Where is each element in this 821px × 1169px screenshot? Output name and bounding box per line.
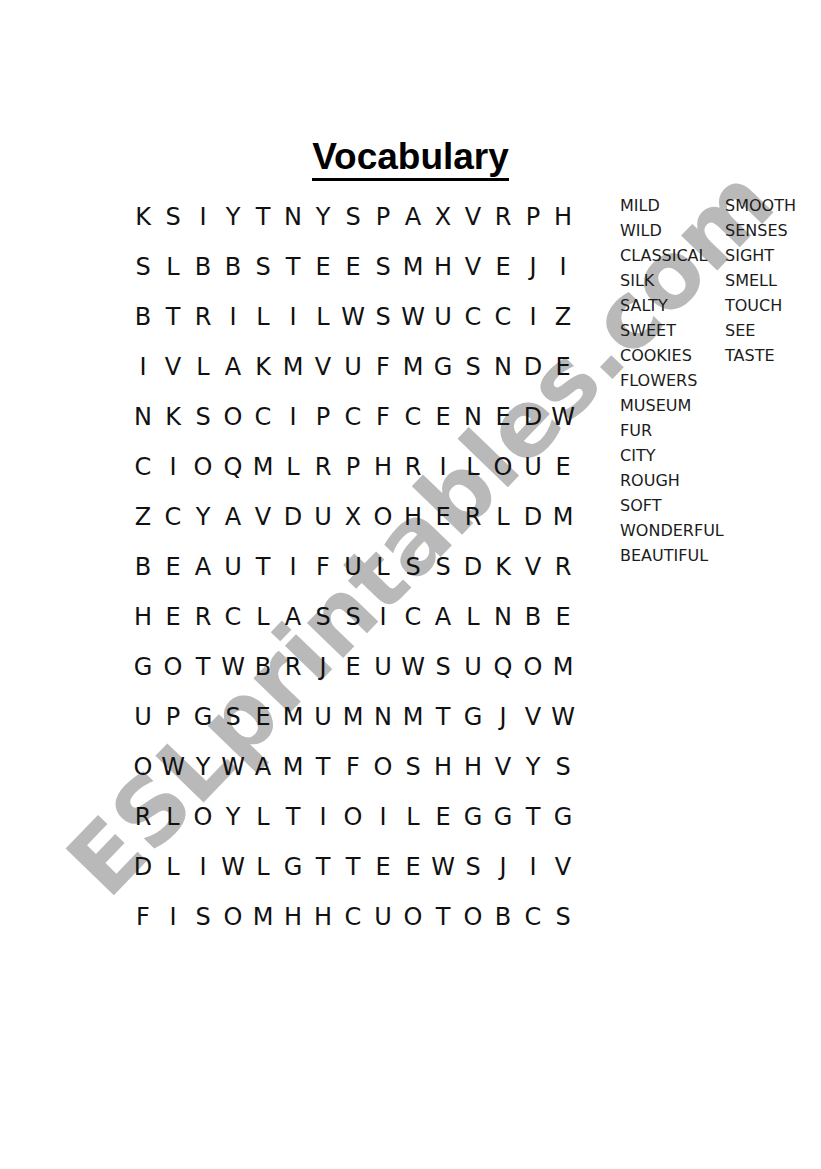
grid-cell-r11c7[interactable]: U: [308, 692, 338, 742]
grid-cell-r2c8[interactable]: E: [338, 242, 368, 292]
grid-cell-r12c10[interactable]: S: [398, 742, 428, 792]
word-list-item-sweet: SWEET: [620, 318, 724, 343]
grid-cell-r6c6[interactable]: L: [278, 442, 308, 492]
grid-cell-r5c14[interactable]: D: [518, 392, 548, 442]
word-list-item-mild: MILD: [620, 193, 724, 218]
grid-cell-r15c7[interactable]: H: [308, 892, 338, 942]
grid-cell-r5c10[interactable]: C: [398, 392, 428, 442]
grid-cell-r4c11[interactable]: G: [428, 342, 458, 392]
grid-cell-r7c7[interactable]: U: [308, 492, 338, 542]
grid-cell-r4c8[interactable]: U: [338, 342, 368, 392]
word-list-item-taste: TASTE: [725, 343, 796, 368]
grid-cell-r13c3[interactable]: O: [188, 792, 218, 842]
grid-cell-r7c15[interactable]: M: [548, 492, 578, 542]
grid-cell-r8c10[interactable]: S: [398, 542, 428, 592]
grid-cell-r8c14[interactable]: V: [518, 542, 548, 592]
word-list-item-touch: TOUCH: [725, 293, 796, 318]
grid-cell-r3c7[interactable]: L: [308, 292, 338, 342]
grid-cell-r3c8[interactable]: W: [338, 292, 368, 342]
grid-cell-r4c15[interactable]: E: [548, 342, 578, 392]
grid-cell-r10c15[interactable]: M: [548, 642, 578, 692]
word-list-item-beautiful: BEAUTIFUL: [620, 543, 724, 568]
grid-cell-r7c8[interactable]: X: [338, 492, 368, 542]
grid-cell-r8c11[interactable]: S: [428, 542, 458, 592]
grid-cell-r14c4[interactable]: W: [218, 842, 248, 892]
grid-cell-r8c3[interactable]: A: [188, 542, 218, 592]
grid-cell-r14c7[interactable]: T: [308, 842, 338, 892]
grid-cell-r11c13[interactable]: J: [488, 692, 518, 742]
word-list-item-smell: SMELL: [725, 268, 796, 293]
grid-cell-r13c14[interactable]: T: [518, 792, 548, 842]
grid-cell-r5c1[interactable]: N: [128, 392, 158, 442]
grid-cell-r12c14[interactable]: Y: [518, 742, 548, 792]
grid-cell-r12c15[interactable]: S: [548, 742, 578, 792]
grid-cell-r6c11[interactable]: I: [428, 442, 458, 492]
grid-cell-r11c3[interactable]: G: [188, 692, 218, 742]
grid-cell-r5c8[interactable]: C: [338, 392, 368, 442]
grid-cell-r15c8[interactable]: C: [338, 892, 368, 942]
grid-cell-r13c1[interactable]: R: [128, 792, 158, 842]
grid-cell-r10c12[interactable]: U: [458, 642, 488, 692]
title-wrap: Vocabulary: [0, 138, 821, 181]
grid-cell-r5c15[interactable]: W: [548, 392, 578, 442]
grid-cell-r8c8[interactable]: U: [338, 542, 368, 592]
grid-cell-r2c4[interactable]: B: [218, 242, 248, 292]
grid-cell-r11c6[interactable]: M: [278, 692, 308, 742]
grid-cell-r3c4[interactable]: I: [218, 292, 248, 342]
grid-cell-r4c7[interactable]: V: [308, 342, 338, 392]
grid-cell-r2c12[interactable]: V: [458, 242, 488, 292]
grid-cell-r7c11[interactable]: E: [428, 492, 458, 542]
grid-cell-r1c11[interactable]: X: [428, 192, 458, 242]
grid-cell-r10c10[interactable]: W: [398, 642, 428, 692]
grid-cell-r10c1[interactable]: G: [128, 642, 158, 692]
grid-cell-r15c13[interactable]: B: [488, 892, 518, 942]
grid-cell-r3c2[interactable]: T: [158, 292, 188, 342]
grid-cell-r9c9[interactable]: I: [368, 592, 398, 642]
grid-cell-r3c1[interactable]: B: [128, 292, 158, 342]
grid-cell-r8c12[interactable]: D: [458, 542, 488, 592]
grid-cell-r6c3[interactable]: O: [188, 442, 218, 492]
grid-cell-r4c9[interactable]: F: [368, 342, 398, 392]
word-list-item-senses: SENSES: [725, 218, 796, 243]
grid-cell-r5c13[interactable]: E: [488, 392, 518, 442]
grid-cell-r3c6[interactable]: I: [278, 292, 308, 342]
grid-cell-r15c3[interactable]: S: [188, 892, 218, 942]
grid-cell-r7c4[interactable]: A: [218, 492, 248, 542]
grid-cell-r10c9[interactable]: U: [368, 642, 398, 692]
word-list-item-soft: SOFT: [620, 493, 724, 518]
grid-cell-r8c1[interactable]: B: [128, 542, 158, 592]
grid-cell-r11c1[interactable]: U: [128, 692, 158, 742]
grid-cell-r2c11[interactable]: H: [428, 242, 458, 292]
grid-cell-r3c3[interactable]: R: [188, 292, 218, 342]
grid-cell-r14c6[interactable]: G: [278, 842, 308, 892]
grid-cell-r6c1[interactable]: C: [128, 442, 158, 492]
grid-cell-r4c12[interactable]: S: [458, 342, 488, 392]
grid-cell-r6c12[interactable]: L: [458, 442, 488, 492]
grid-cell-r15c10[interactable]: O: [398, 892, 428, 942]
grid-cell-r9c15[interactable]: E: [548, 592, 578, 642]
grid-cell-r5c6[interactable]: I: [278, 392, 308, 442]
grid-cell-r4c4[interactable]: A: [218, 342, 248, 392]
grid-cell-r4c2[interactable]: V: [158, 342, 188, 392]
grid-cell-r11c9[interactable]: N: [368, 692, 398, 742]
grid-cell-r7c14[interactable]: D: [518, 492, 548, 542]
grid-cell-r9c13[interactable]: N: [488, 592, 518, 642]
grid-cell-r5c5[interactable]: C: [248, 392, 278, 442]
grid-cell-r14c15[interactable]: V: [548, 842, 578, 892]
grid-cell-r14c11[interactable]: W: [428, 842, 458, 892]
grid-cell-r8c13[interactable]: K: [488, 542, 518, 592]
grid-cell-r12c13[interactable]: V: [488, 742, 518, 792]
grid-cell-r10c2[interactable]: O: [158, 642, 188, 692]
grid-cell-r14c3[interactable]: I: [188, 842, 218, 892]
grid-cell-r8c4[interactable]: U: [218, 542, 248, 592]
grid-cell-r8c2[interactable]: E: [158, 542, 188, 592]
grid-cell-r8c15[interactable]: R: [548, 542, 578, 592]
grid-cell-r2c1[interactable]: S: [128, 242, 158, 292]
grid-cell-r6c13[interactable]: O: [488, 442, 518, 492]
grid-cell-r8c6[interactable]: I: [278, 542, 308, 592]
grid-cell-r15c14[interactable]: C: [518, 892, 548, 942]
grid-cell-r4c6[interactable]: M: [278, 342, 308, 392]
grid-cell-r2c3[interactable]: B: [188, 242, 218, 292]
grid-cell-r4c13[interactable]: N: [488, 342, 518, 392]
grid-cell-r4c1[interactable]: I: [128, 342, 158, 392]
word-list-item-sight: SIGHT: [725, 243, 796, 268]
grid-cell-r7c5[interactable]: V: [248, 492, 278, 542]
grid-cell-r13c8[interactable]: O: [338, 792, 368, 842]
grid-cell-r1c14[interactable]: P: [518, 192, 548, 242]
grid-cell-r8c7[interactable]: F: [308, 542, 338, 592]
grid-cell-r6c15[interactable]: E: [548, 442, 578, 492]
grid-cell-r15c6[interactable]: H: [278, 892, 308, 942]
grid-cell-r5c7[interactable]: P: [308, 392, 338, 442]
grid-cell-r7c12[interactable]: R: [458, 492, 488, 542]
word-list-item-silk: SILK: [620, 268, 724, 293]
grid-cell-r1c15[interactable]: H: [548, 192, 578, 242]
grid-cell-r9c2[interactable]: E: [158, 592, 188, 642]
grid-cell-r3c15[interactable]: Z: [548, 292, 578, 342]
word-list-item-wild: WILD: [620, 218, 724, 243]
grid-cell-r1c9[interactable]: P: [368, 192, 398, 242]
grid-cell-r3c11[interactable]: U: [428, 292, 458, 342]
grid-cell-r7c6[interactable]: D: [278, 492, 308, 542]
grid-cell-r12c8[interactable]: F: [338, 742, 368, 792]
grid-cell-r3c14[interactable]: I: [518, 292, 548, 342]
grid-cell-r1c4[interactable]: Y: [218, 192, 248, 242]
grid-cell-r1c7[interactable]: Y: [308, 192, 338, 242]
grid-cell-r13c6[interactable]: T: [278, 792, 308, 842]
word-list-column-2: SMOOTHSENSESSIGHTSMELLTOUCHSEETASTE: [725, 193, 796, 368]
word-list-item-salty: SALTY: [620, 293, 724, 318]
grid-cell-r4c5[interactable]: K: [248, 342, 278, 392]
grid-cell-r2c10[interactable]: M: [398, 242, 428, 292]
grid-cell-r14c1[interactable]: D: [128, 842, 158, 892]
word-search-grid: KSIYTNYSPAXVRPHSLBBSTEESMHVEJIBTRILILWSW…: [128, 192, 578, 942]
grid-cell-r3c13[interactable]: C: [488, 292, 518, 342]
grid-cell-r9c10[interactable]: C: [398, 592, 428, 642]
grid-cell-r15c1[interactable]: F: [128, 892, 158, 942]
word-list-item-city: CITY: [620, 443, 724, 468]
grid-cell-r7c2[interactable]: C: [158, 492, 188, 542]
grid-cell-r1c3[interactable]: I: [188, 192, 218, 242]
grid-cell-r12c9[interactable]: O: [368, 742, 398, 792]
grid-cell-r5c12[interactable]: N: [458, 392, 488, 442]
grid-cell-r5c9[interactable]: F: [368, 392, 398, 442]
grid-cell-r10c5[interactable]: B: [248, 642, 278, 692]
grid-cell-r13c9[interactable]: I: [368, 792, 398, 842]
grid-cell-r5c4[interactable]: O: [218, 392, 248, 442]
grid-cell-r12c4[interactable]: W: [218, 742, 248, 792]
grid-cell-r2c13[interactable]: E: [488, 242, 518, 292]
worksheet-page: ESLprintables.com Vocabulary KSIYTNYSPAX…: [0, 0, 821, 1169]
grid-cell-r14c5[interactable]: L: [248, 842, 278, 892]
grid-cell-r10c6[interactable]: R: [278, 642, 308, 692]
grid-cell-r9c14[interactable]: B: [518, 592, 548, 642]
grid-cell-r10c4[interactable]: W: [218, 642, 248, 692]
grid-cell-r1c5[interactable]: T: [248, 192, 278, 242]
grid-cell-r14c12[interactable]: S: [458, 842, 488, 892]
grid-cell-r15c11[interactable]: T: [428, 892, 458, 942]
grid-cell-r4c10[interactable]: M: [398, 342, 428, 392]
grid-cell-r9c5[interactable]: L: [248, 592, 278, 642]
grid-cell-r13c4[interactable]: Y: [218, 792, 248, 842]
grid-cell-r8c9[interactable]: L: [368, 542, 398, 592]
grid-cell-r6c9[interactable]: H: [368, 442, 398, 492]
grid-cell-r9c12[interactable]: L: [458, 592, 488, 642]
word-list-item-cookies: COOKIES: [620, 343, 724, 368]
grid-cell-r14c13[interactable]: J: [488, 842, 518, 892]
grid-cell-r10c14[interactable]: O: [518, 642, 548, 692]
grid-cell-r12c2[interactable]: W: [158, 742, 188, 792]
grid-cell-r2c14[interactable]: J: [518, 242, 548, 292]
grid-cell-r6c4[interactable]: Q: [218, 442, 248, 492]
word-list-item-rough: ROUGH: [620, 468, 724, 493]
grid-cell-r7c3[interactable]: Y: [188, 492, 218, 542]
grid-cell-r6c2[interactable]: I: [158, 442, 188, 492]
grid-cell-r13c7[interactable]: I: [308, 792, 338, 842]
grid-cell-r11c5[interactable]: E: [248, 692, 278, 742]
grid-cell-r11c10[interactable]: M: [398, 692, 428, 742]
grid-cell-r6c8[interactable]: P: [338, 442, 368, 492]
grid-cell-r1c1[interactable]: K: [128, 192, 158, 242]
grid-cell-r1c12[interactable]: V: [458, 192, 488, 242]
grid-cell-r14c10[interactable]: E: [398, 842, 428, 892]
grid-cell-r12c1[interactable]: O: [128, 742, 158, 792]
grid-cell-r2c6[interactable]: T: [278, 242, 308, 292]
grid-cell-r14c9[interactable]: E: [368, 842, 398, 892]
grid-cell-r7c13[interactable]: L: [488, 492, 518, 542]
grid-cell-r4c14[interactable]: D: [518, 342, 548, 392]
grid-cell-r9c11[interactable]: A: [428, 592, 458, 642]
grid-cell-r4c3[interactable]: L: [188, 342, 218, 392]
grid-cell-r2c7[interactable]: E: [308, 242, 338, 292]
grid-cell-r13c15[interactable]: G: [548, 792, 578, 842]
grid-cell-r3c10[interactable]: W: [398, 292, 428, 342]
grid-cell-r1c10[interactable]: A: [398, 192, 428, 242]
grid-cell-r13c12[interactable]: G: [458, 792, 488, 842]
grid-cell-r3c12[interactable]: C: [458, 292, 488, 342]
grid-cell-r12c5[interactable]: A: [248, 742, 278, 792]
grid-cell-r12c7[interactable]: T: [308, 742, 338, 792]
grid-cell-r7c10[interactable]: H: [398, 492, 428, 542]
word-list-item-flowers: FLOWERS: [620, 368, 724, 393]
grid-cell-r10c13[interactable]: Q: [488, 642, 518, 692]
grid-cell-r6c7[interactable]: R: [308, 442, 338, 492]
grid-cell-r5c11[interactable]: E: [428, 392, 458, 442]
grid-cell-r3c9[interactable]: S: [368, 292, 398, 342]
grid-cell-r11c8[interactable]: M: [338, 692, 368, 742]
grid-cell-r9c3[interactable]: R: [188, 592, 218, 642]
word-list-item-see: SEE: [725, 318, 796, 343]
grid-cell-r8c5[interactable]: T: [248, 542, 278, 592]
word-list-item-classical: CLASSICAL: [620, 243, 724, 268]
word-list-item-fur: FUR: [620, 418, 724, 443]
grid-cell-r7c9[interactable]: O: [368, 492, 398, 542]
word-list-item-wonderful: WONDERFUL: [620, 518, 724, 543]
grid-cell-r10c8[interactable]: E: [338, 642, 368, 692]
grid-cell-r10c3[interactable]: T: [188, 642, 218, 692]
grid-cell-r12c6[interactable]: M: [278, 742, 308, 792]
grid-cell-r15c9[interactable]: U: [368, 892, 398, 942]
grid-cell-r13c11[interactable]: E: [428, 792, 458, 842]
grid-cell-r2c2[interactable]: L: [158, 242, 188, 292]
grid-cell-r7c1[interactable]: Z: [128, 492, 158, 542]
grid-cell-r1c8[interactable]: S: [338, 192, 368, 242]
grid-cell-r15c4[interactable]: O: [218, 892, 248, 942]
page-title: Vocabulary: [312, 138, 509, 181]
grid-cell-r14c8[interactable]: T: [338, 842, 368, 892]
grid-cell-r12c12[interactable]: H: [458, 742, 488, 792]
grid-cell-r9c6[interactable]: A: [278, 592, 308, 642]
grid-cell-r11c12[interactable]: G: [458, 692, 488, 742]
grid-cell-r5c3[interactable]: S: [188, 392, 218, 442]
grid-cell-r10c11[interactable]: S: [428, 642, 458, 692]
grid-cell-r6c14[interactable]: U: [518, 442, 548, 492]
grid-cell-r11c4[interactable]: S: [218, 692, 248, 742]
grid-cell-r9c8[interactable]: S: [338, 592, 368, 642]
word-list-column-1: MILDWILDCLASSICALSILKSALTYSWEETCOOKIESFL…: [620, 193, 724, 568]
grid-cell-r13c5[interactable]: L: [248, 792, 278, 842]
grid-cell-r15c2[interactable]: I: [158, 892, 188, 942]
grid-cell-r2c9[interactable]: S: [368, 242, 398, 292]
grid-cell-r15c5[interactable]: M: [248, 892, 278, 942]
word-list-item-museum: MUSEUM: [620, 393, 724, 418]
grid-cell-r15c12[interactable]: O: [458, 892, 488, 942]
grid-cell-r13c2[interactable]: L: [158, 792, 188, 842]
grid-cell-r6c5[interactable]: M: [248, 442, 278, 492]
grid-cell-r9c7[interactable]: S: [308, 592, 338, 642]
grid-cell-r13c10[interactable]: L: [398, 792, 428, 842]
grid-cell-r5c2[interactable]: K: [158, 392, 188, 442]
grid-cell-r12c11[interactable]: H: [428, 742, 458, 792]
grid-cell-r1c2[interactable]: S: [158, 192, 188, 242]
grid-cell-r9c4[interactable]: C: [218, 592, 248, 642]
grid-cell-r12c3[interactable]: Y: [188, 742, 218, 792]
word-list-item-smooth: SMOOTH: [725, 193, 796, 218]
grid-cell-r11c15[interactable]: W: [548, 692, 578, 742]
grid-cell-r11c2[interactable]: P: [158, 692, 188, 742]
grid-cell-r2c5[interactable]: S: [248, 242, 278, 292]
grid-cell-r9c1[interactable]: H: [128, 592, 158, 642]
grid-cell-r11c14[interactable]: V: [518, 692, 548, 742]
grid-cell-r14c2[interactable]: L: [158, 842, 188, 892]
grid-cell-r15c15[interactable]: S: [548, 892, 578, 942]
grid-cell-r2c15[interactable]: I: [548, 242, 578, 292]
grid-cell-r13c13[interactable]: G: [488, 792, 518, 842]
grid-cell-r6c10[interactable]: R: [398, 442, 428, 492]
grid-cell-r14c14[interactable]: I: [518, 842, 548, 892]
grid-cell-r3c5[interactable]: L: [248, 292, 278, 342]
grid-cell-r11c11[interactable]: T: [428, 692, 458, 742]
grid-cell-r1c6[interactable]: N: [278, 192, 308, 242]
grid-cell-r10c7[interactable]: J: [308, 642, 338, 692]
grid-cell-r1c13[interactable]: R: [488, 192, 518, 242]
